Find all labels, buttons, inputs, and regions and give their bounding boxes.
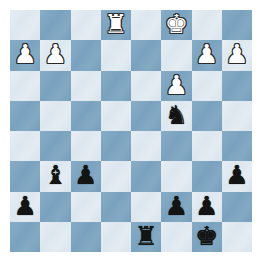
square-h2[interactable] — [222, 192, 252, 222]
square-c6[interactable] — [71, 71, 101, 101]
square-b2[interactable] — [40, 192, 70, 222]
square-d4[interactable] — [101, 131, 131, 161]
square-d3[interactable] — [101, 161, 131, 191]
square-b1[interactable] — [40, 222, 70, 252]
square-g5[interactable] — [192, 101, 222, 131]
square-c7[interactable] — [71, 40, 101, 70]
black-pawn-f2[interactable]: ♟ — [165, 193, 188, 219]
square-e6[interactable] — [131, 71, 161, 101]
square-d8[interactable]: ♜ — [101, 10, 131, 40]
square-c2[interactable] — [71, 192, 101, 222]
square-h6[interactable] — [222, 71, 252, 101]
square-h8[interactable] — [222, 10, 252, 40]
square-d6[interactable] — [101, 71, 131, 101]
square-a1[interactable] — [10, 222, 40, 252]
square-g6[interactable] — [192, 71, 222, 101]
white-king-f8[interactable]: ♚ — [165, 11, 188, 37]
square-h1[interactable] — [222, 222, 252, 252]
square-g1[interactable]: ♚ — [192, 222, 222, 252]
square-f4[interactable] — [161, 131, 191, 161]
square-g3[interactable] — [192, 161, 222, 191]
black-bishop-b3[interactable]: ♝ — [44, 162, 67, 188]
square-a6[interactable] — [10, 71, 40, 101]
square-h5[interactable] — [222, 101, 252, 131]
square-f5[interactable]: ♞ — [161, 101, 191, 131]
square-a7[interactable]: ♟ — [10, 40, 40, 70]
black-rook-e1[interactable]: ♜ — [134, 223, 157, 249]
black-king-g1[interactable]: ♚ — [195, 223, 218, 249]
square-c1[interactable] — [71, 222, 101, 252]
square-h7[interactable]: ♟ — [222, 40, 252, 70]
board-frame: ♜♚♟♟♟♟♟♞♝♟♟♟♟♟♜♚ — [0, 0, 262, 262]
square-b4[interactable] — [40, 131, 70, 161]
black-pawn-c3[interactable]: ♟ — [74, 162, 97, 188]
white-pawn-g7[interactable]: ♟ — [195, 41, 218, 67]
black-pawn-g2[interactable]: ♟ — [195, 193, 218, 219]
square-f8[interactable]: ♚ — [161, 10, 191, 40]
square-a4[interactable] — [10, 131, 40, 161]
square-a2[interactable]: ♟ — [10, 192, 40, 222]
square-g8[interactable] — [192, 10, 222, 40]
black-pawn-a2[interactable]: ♟ — [13, 193, 36, 219]
white-rook-d8[interactable]: ♜ — [104, 11, 127, 37]
square-f7[interactable] — [161, 40, 191, 70]
square-e1[interactable]: ♜ — [131, 222, 161, 252]
square-f1[interactable] — [161, 222, 191, 252]
square-h3[interactable]: ♟ — [222, 161, 252, 191]
square-h4[interactable] — [222, 131, 252, 161]
square-a8[interactable] — [10, 10, 40, 40]
square-b8[interactable] — [40, 10, 70, 40]
white-pawn-f6[interactable]: ♟ — [165, 72, 188, 98]
square-d7[interactable] — [101, 40, 131, 70]
square-d2[interactable] — [101, 192, 131, 222]
square-b3[interactable]: ♝ — [40, 161, 70, 191]
square-g7[interactable]: ♟ — [192, 40, 222, 70]
square-f6[interactable]: ♟ — [161, 71, 191, 101]
black-pawn-h3[interactable]: ♟ — [225, 162, 248, 188]
white-pawn-h7[interactable]: ♟ — [225, 41, 248, 67]
square-a3[interactable] — [10, 161, 40, 191]
square-c8[interactable] — [71, 10, 101, 40]
white-pawn-a7[interactable]: ♟ — [13, 41, 36, 67]
square-d1[interactable] — [101, 222, 131, 252]
square-b7[interactable]: ♟ — [40, 40, 70, 70]
square-g2[interactable]: ♟ — [192, 192, 222, 222]
square-e4[interactable] — [131, 131, 161, 161]
black-knight-f5[interactable]: ♞ — [165, 102, 188, 128]
white-pawn-b7[interactable]: ♟ — [44, 41, 67, 67]
square-e8[interactable] — [131, 10, 161, 40]
square-c5[interactable] — [71, 101, 101, 131]
square-d5[interactable] — [101, 101, 131, 131]
chess-board: ♜♚♟♟♟♟♟♞♝♟♟♟♟♟♜♚ — [10, 10, 252, 252]
square-e3[interactable] — [131, 161, 161, 191]
square-f2[interactable]: ♟ — [161, 192, 191, 222]
square-a5[interactable] — [10, 101, 40, 131]
square-f3[interactable] — [161, 161, 191, 191]
square-b5[interactable] — [40, 101, 70, 131]
square-c3[interactable]: ♟ — [71, 161, 101, 191]
square-e5[interactable] — [131, 101, 161, 131]
square-b6[interactable] — [40, 71, 70, 101]
square-g4[interactable] — [192, 131, 222, 161]
square-e2[interactable] — [131, 192, 161, 222]
square-e7[interactable] — [131, 40, 161, 70]
square-c4[interactable] — [71, 131, 101, 161]
